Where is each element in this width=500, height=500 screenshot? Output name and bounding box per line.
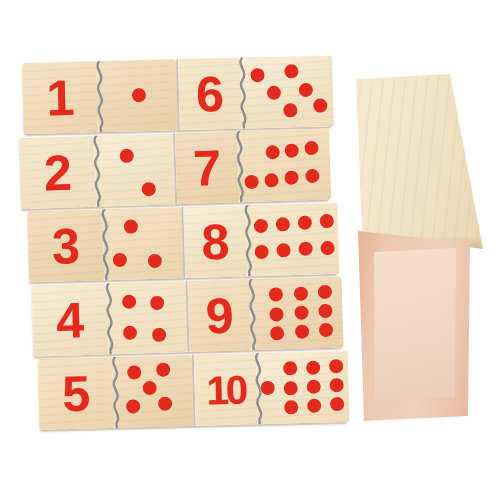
red-dot <box>112 253 126 267</box>
number-tile-4: 4 <box>32 283 109 356</box>
puzzle-cut-line <box>90 61 108 132</box>
red-dot <box>306 360 320 374</box>
red-dot <box>157 397 171 411</box>
numeral-10: 10 <box>194 353 258 426</box>
numeral-3: 3 <box>27 209 104 282</box>
red-dot <box>276 217 290 231</box>
dots-tile-6 <box>240 55 334 128</box>
red-dot <box>305 169 319 183</box>
red-dot <box>283 361 297 375</box>
puzzle-board: 16273849510 <box>16 55 339 434</box>
numeral-5: 5 <box>38 357 115 430</box>
red-dot <box>319 304 333 318</box>
number-tile-1: 1 <box>22 61 99 134</box>
red-dot <box>285 171 299 185</box>
red-dot <box>320 241 334 255</box>
red-dot <box>156 363 170 377</box>
red-dot <box>294 305 308 319</box>
puzzle-pair-3: 3 <box>27 207 183 282</box>
puzzle-pair-5: 5 <box>38 355 194 430</box>
red-dot <box>330 397 344 411</box>
numeral-6: 6 <box>178 58 242 131</box>
puzzle-pair-10: 10 <box>192 351 350 426</box>
puzzle-pair-7: 7 <box>173 128 331 204</box>
number-tile-5: 5 <box>38 357 115 430</box>
red-dot <box>126 399 140 413</box>
red-dot <box>284 381 298 395</box>
numeral-4: 4 <box>32 283 109 356</box>
red-dot <box>267 85 281 99</box>
red-dot <box>250 68 264 82</box>
red-dot <box>269 307 283 321</box>
puzzle-cut-line <box>233 57 251 128</box>
red-dot <box>124 219 138 233</box>
dots-tile-1 <box>97 59 178 132</box>
tile-row-2: 27 <box>19 129 329 210</box>
numeral-2: 2 <box>19 136 96 209</box>
dots-tile-4 <box>107 281 188 354</box>
red-dot <box>284 400 298 414</box>
tile-row-3: 38 <box>27 203 337 283</box>
puzzle-pair-9: 9 <box>186 276 344 352</box>
red-dot <box>253 218 267 232</box>
scene: 16273849510 <box>0 0 500 500</box>
red-dot <box>320 214 334 228</box>
red-dot <box>307 379 321 393</box>
red-dot <box>298 216 312 230</box>
red-dot <box>276 243 290 257</box>
dots-tile-9 <box>249 276 343 350</box>
tile-row-4: 49 <box>32 276 342 356</box>
puzzle-pair-1: 1 <box>22 59 178 134</box>
red-dot <box>304 141 318 155</box>
dots-tile-5 <box>113 355 194 428</box>
red-dot <box>142 381 156 395</box>
number-tile-2: 2 <box>19 136 96 209</box>
dots-tile-2 <box>94 133 175 206</box>
red-dot <box>318 285 332 299</box>
puzzle-cut-line <box>106 357 124 428</box>
red-dot <box>119 149 133 163</box>
puzzle-cut-line <box>100 283 118 354</box>
red-dot <box>270 326 284 340</box>
red-dot <box>265 145 279 159</box>
red-dot <box>330 378 344 392</box>
red-dot <box>329 359 343 373</box>
puzzle-cut-line <box>242 279 260 350</box>
puzzle-cut-line <box>87 136 105 207</box>
puzzle-cut-line <box>95 209 113 280</box>
tile-row-1: 16 <box>22 55 332 134</box>
red-dot <box>299 83 313 97</box>
red-dot <box>307 398 321 412</box>
red-dot <box>254 245 268 259</box>
numeral-1: 1 <box>22 61 99 134</box>
red-dot <box>283 103 297 117</box>
puzzle-cut-line <box>230 131 248 202</box>
red-dot <box>123 326 137 340</box>
red-dot <box>127 365 141 379</box>
red-dot <box>313 99 327 113</box>
red-dot <box>294 324 308 338</box>
red-dot <box>293 286 307 300</box>
red-dot <box>284 64 298 78</box>
puzzle-pair-6: 6 <box>176 55 334 130</box>
red-dot <box>122 295 136 309</box>
puzzle-pair-4: 4 <box>32 281 188 357</box>
dots-tile-3 <box>102 207 183 280</box>
red-dot <box>319 323 333 337</box>
dots-tile-8 <box>245 203 339 277</box>
dots-tile-10 <box>256 351 350 424</box>
red-dot <box>147 254 161 268</box>
red-dot <box>264 173 278 187</box>
red-dot <box>132 88 146 102</box>
red-dot <box>269 288 283 302</box>
red-dot <box>298 242 312 256</box>
puzzle-pair-2: 2 <box>19 133 175 209</box>
red-dot <box>152 327 166 341</box>
number-tile-3: 3 <box>27 209 104 282</box>
puzzle-cut-line <box>249 353 267 424</box>
puzzle-cut-line <box>238 205 256 276</box>
red-dot <box>285 143 299 157</box>
wooden-box-lid <box>350 70 486 254</box>
number-tile-6: 6 <box>178 58 242 131</box>
dots-tile-7 <box>237 128 331 202</box>
tile-row-5: 510 <box>38 351 348 430</box>
number-tile-10: 10 <box>194 353 258 426</box>
red-dot <box>150 296 164 310</box>
red-dot <box>142 182 156 196</box>
puzzle-pair-8: 8 <box>181 203 339 278</box>
